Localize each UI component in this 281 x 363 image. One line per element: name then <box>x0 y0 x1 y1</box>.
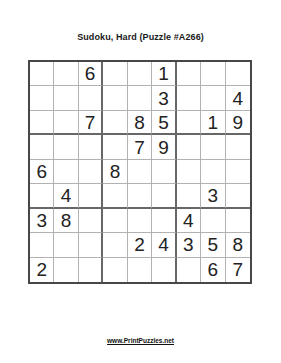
cell-r7c4 <box>103 209 127 233</box>
cell-r2c4 <box>103 86 127 110</box>
cell-r7c8 <box>201 209 225 233</box>
cell-r9c7 <box>177 258 201 282</box>
cell-r3c6: 5 <box>152 111 176 135</box>
cell-r9c1: 2 <box>30 258 54 282</box>
cell-r2c8 <box>201 86 225 110</box>
cell-r2c9: 4 <box>226 86 250 110</box>
cell-r4c4 <box>103 135 127 159</box>
cell-r8c5: 2 <box>128 233 152 257</box>
cell-r9c6 <box>152 258 176 282</box>
cell-r5c4: 8 <box>103 160 127 184</box>
cell-r7c3 <box>79 209 103 233</box>
cell-r1c7 <box>177 62 201 86</box>
cell-r3c9: 9 <box>226 111 250 135</box>
cell-r6c3 <box>79 184 103 208</box>
cell-r4c7 <box>177 135 201 159</box>
cell-r8c2 <box>54 233 78 257</box>
cell-r6c2: 4 <box>54 184 78 208</box>
cell-r6c5 <box>128 184 152 208</box>
cell-r5c7 <box>177 160 201 184</box>
cell-r9c4 <box>103 258 127 282</box>
cell-r3c8: 1 <box>201 111 225 135</box>
cell-r4c6: 9 <box>152 135 176 159</box>
cell-r2c6: 3 <box>152 86 176 110</box>
cell-r8c6: 4 <box>152 233 176 257</box>
cell-r1c9 <box>226 62 250 86</box>
cell-r3c2 <box>54 111 78 135</box>
cell-r8c7: 3 <box>177 233 201 257</box>
cell-r4c1 <box>30 135 54 159</box>
page: Sudoku, Hard (Puzzle #A266) 613478519796… <box>0 0 281 363</box>
cell-r9c3 <box>79 258 103 282</box>
cell-r3c1 <box>30 111 54 135</box>
footer-url: www.PrintPuzzles.net <box>0 337 281 344</box>
cell-r4c3 <box>79 135 103 159</box>
cell-r5c8 <box>201 160 225 184</box>
cell-r2c2 <box>54 86 78 110</box>
cell-r7c6 <box>152 209 176 233</box>
cell-r7c1: 3 <box>30 209 54 233</box>
cell-r2c1 <box>30 86 54 110</box>
cell-r3c4 <box>103 111 127 135</box>
cell-r7c5 <box>128 209 152 233</box>
cell-r5c1: 6 <box>30 160 54 184</box>
cell-r2c7 <box>177 86 201 110</box>
cell-r2c3 <box>79 86 103 110</box>
cell-r8c3 <box>79 233 103 257</box>
cell-r7c7: 4 <box>177 209 201 233</box>
cell-r1c2 <box>54 62 78 86</box>
cell-r9c5 <box>128 258 152 282</box>
puzzle-title: Sudoku, Hard (Puzzle #A266) <box>0 32 281 42</box>
cell-r4c5: 7 <box>128 135 152 159</box>
cell-r5c5 <box>128 160 152 184</box>
cell-r6c9 <box>226 184 250 208</box>
cell-r4c9 <box>226 135 250 159</box>
cell-r3c3: 7 <box>79 111 103 135</box>
cell-r7c9 <box>226 209 250 233</box>
cell-r3c7 <box>177 111 201 135</box>
cell-r5c3 <box>79 160 103 184</box>
cell-r3c5: 8 <box>128 111 152 135</box>
cell-r1c5 <box>128 62 152 86</box>
cell-r1c8 <box>201 62 225 86</box>
cell-r6c4 <box>103 184 127 208</box>
cell-r4c2 <box>54 135 78 159</box>
cell-r9c8: 6 <box>201 258 225 282</box>
cell-r1c6: 1 <box>152 62 176 86</box>
cell-r8c1 <box>30 233 54 257</box>
cell-r1c3: 6 <box>79 62 103 86</box>
cell-r1c4 <box>103 62 127 86</box>
cell-r7c2: 8 <box>54 209 78 233</box>
cell-r6c1 <box>30 184 54 208</box>
cell-r4c8 <box>201 135 225 159</box>
cell-r5c2 <box>54 160 78 184</box>
cell-r8c4 <box>103 233 127 257</box>
cell-r6c7 <box>177 184 201 208</box>
cell-r6c6 <box>152 184 176 208</box>
cell-r8c9: 8 <box>226 233 250 257</box>
cell-r6c8: 3 <box>201 184 225 208</box>
cell-r5c6 <box>152 160 176 184</box>
cell-r2c5 <box>128 86 152 110</box>
cell-r9c9: 7 <box>226 258 250 282</box>
cell-r1c1 <box>30 62 54 86</box>
cell-r9c2 <box>54 258 78 282</box>
cell-r8c8: 5 <box>201 233 225 257</box>
cell-r5c9 <box>226 160 250 184</box>
sudoku-board: 61347851979684338424358267 <box>28 60 252 284</box>
